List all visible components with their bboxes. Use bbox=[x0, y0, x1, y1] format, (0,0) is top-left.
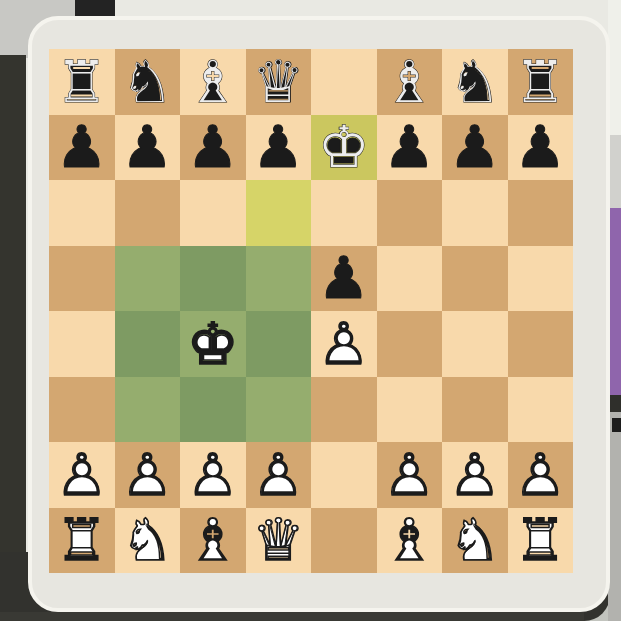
square-a5[interactable] bbox=[49, 246, 115, 312]
square-b4[interactable] bbox=[115, 311, 181, 377]
square-d6[interactable] bbox=[246, 180, 312, 246]
square-b3[interactable] bbox=[115, 377, 181, 443]
square-c5[interactable] bbox=[180, 246, 246, 312]
black-king[interactable]: ♚♔ bbox=[311, 115, 377, 181]
piece-detail-glyph: ♙ bbox=[49, 442, 115, 508]
square-e8[interactable] bbox=[311, 49, 377, 115]
square-c8[interactable]: ♝♗ bbox=[180, 49, 246, 115]
piece-detail-glyph: ♗ bbox=[377, 508, 443, 574]
piece-detail-glyph: ♙ bbox=[246, 442, 312, 508]
black-pawn[interactable]: ♟ bbox=[180, 115, 246, 181]
white-bishop[interactable]: ♝♗ bbox=[180, 508, 246, 574]
black-knight[interactable]: ♞♘ bbox=[115, 49, 181, 115]
white-pawn[interactable]: ♟♙ bbox=[115, 442, 181, 508]
black-pawn[interactable]: ♟ bbox=[311, 246, 377, 312]
square-c1[interactable]: ♝♗ bbox=[180, 508, 246, 574]
piece-detail-glyph: ♖ bbox=[49, 49, 115, 115]
square-f4[interactable] bbox=[377, 311, 443, 377]
square-a2[interactable]: ♟♙ bbox=[49, 442, 115, 508]
square-d7[interactable]: ♟ bbox=[246, 115, 312, 181]
square-b5[interactable] bbox=[115, 246, 181, 312]
square-a8[interactable]: ♜♖ bbox=[49, 49, 115, 115]
piece-detail-glyph: ♘ bbox=[442, 49, 508, 115]
square-c3[interactable] bbox=[180, 377, 246, 443]
square-g2[interactable]: ♟♙ bbox=[442, 442, 508, 508]
white-bishop[interactable]: ♝♗ bbox=[377, 508, 443, 574]
piece-detail-glyph: ♙ bbox=[377, 442, 443, 508]
black-pawn[interactable]: ♟ bbox=[246, 115, 312, 181]
white-pawn[interactable]: ♟♙ bbox=[246, 442, 312, 508]
piece-detail-glyph: ♘ bbox=[115, 508, 181, 574]
piece-detail-glyph: ♙ bbox=[442, 442, 508, 508]
piece-detail-glyph: ♘ bbox=[442, 508, 508, 574]
white-queen[interactable]: ♛♕ bbox=[246, 508, 312, 574]
square-a6[interactable] bbox=[49, 180, 115, 246]
background-right-notch-dark bbox=[612, 418, 621, 432]
square-b6[interactable] bbox=[115, 180, 181, 246]
piece-detail-glyph: ♗ bbox=[180, 508, 246, 574]
piece-glyph: ♟ bbox=[311, 246, 377, 312]
background-left-dark-strip bbox=[0, 55, 26, 615]
piece-detail-glyph: ♖ bbox=[508, 508, 574, 574]
square-g4[interactable] bbox=[442, 311, 508, 377]
square-f2[interactable]: ♟♙ bbox=[377, 442, 443, 508]
square-c2[interactable]: ♟♙ bbox=[180, 442, 246, 508]
square-c4[interactable]: ♚♔ bbox=[180, 311, 246, 377]
black-knight[interactable]: ♞♘ bbox=[442, 49, 508, 115]
piece-glyph: ♟ bbox=[377, 115, 443, 181]
piece-detail-glyph: ♕ bbox=[246, 508, 312, 574]
white-pawn[interactable]: ♟♙ bbox=[377, 442, 443, 508]
square-d5[interactable] bbox=[246, 246, 312, 312]
piece-detail-glyph: ♔ bbox=[180, 311, 246, 377]
white-rook[interactable]: ♜♖ bbox=[49, 508, 115, 574]
square-f8[interactable]: ♝♗ bbox=[377, 49, 443, 115]
piece-glyph: ♟ bbox=[180, 115, 246, 181]
square-a3[interactable] bbox=[49, 377, 115, 443]
square-e5[interactable]: ♟ bbox=[311, 246, 377, 312]
square-f5[interactable] bbox=[377, 246, 443, 312]
white-king[interactable]: ♚♔ bbox=[180, 311, 246, 377]
piece-detail-glyph: ♕ bbox=[246, 49, 312, 115]
square-e7[interactable]: ♚♔ bbox=[311, 115, 377, 181]
piece-glyph: ♟ bbox=[442, 115, 508, 181]
square-d4[interactable] bbox=[246, 311, 312, 377]
square-f3[interactable] bbox=[377, 377, 443, 443]
white-pawn[interactable]: ♟♙ bbox=[49, 442, 115, 508]
piece-glyph: ♟ bbox=[49, 115, 115, 181]
white-rook[interactable]: ♜♖ bbox=[508, 508, 574, 574]
square-c6[interactable] bbox=[180, 180, 246, 246]
square-a7[interactable]: ♟ bbox=[49, 115, 115, 181]
square-e3[interactable] bbox=[311, 377, 377, 443]
white-pawn[interactable]: ♟♙ bbox=[442, 442, 508, 508]
square-h5[interactable] bbox=[508, 246, 574, 312]
background-bottom-dark-strip bbox=[0, 612, 584, 621]
piece-glyph: ♟ bbox=[246, 115, 312, 181]
square-g8[interactable]: ♞♘ bbox=[442, 49, 508, 115]
square-b2[interactable]: ♟♙ bbox=[115, 442, 181, 508]
piece-detail-glyph: ♖ bbox=[49, 508, 115, 574]
square-g5[interactable] bbox=[442, 246, 508, 312]
black-pawn[interactable]: ♟ bbox=[442, 115, 508, 181]
square-b8[interactable]: ♞♘ bbox=[115, 49, 181, 115]
white-pawn[interactable]: ♟♙ bbox=[311, 311, 377, 377]
square-g7[interactable]: ♟ bbox=[442, 115, 508, 181]
square-b7[interactable]: ♟ bbox=[115, 115, 181, 181]
square-d2[interactable]: ♟♙ bbox=[246, 442, 312, 508]
piece-detail-glyph: ♙ bbox=[180, 442, 246, 508]
square-d1[interactable]: ♛♕ bbox=[246, 508, 312, 574]
black-bishop[interactable]: ♝♗ bbox=[180, 49, 246, 115]
square-b1[interactable]: ♞♘ bbox=[115, 508, 181, 574]
piece-glyph: ♟ bbox=[115, 115, 181, 181]
square-e2[interactable] bbox=[311, 442, 377, 508]
piece-detail-glyph: ♘ bbox=[115, 49, 181, 115]
square-g3[interactable] bbox=[442, 377, 508, 443]
black-queen[interactable]: ♛♕ bbox=[246, 49, 312, 115]
square-a4[interactable] bbox=[49, 311, 115, 377]
square-c7[interactable]: ♟ bbox=[180, 115, 246, 181]
square-d8[interactable]: ♛♕ bbox=[246, 49, 312, 115]
square-d3[interactable] bbox=[246, 377, 312, 443]
piece-glyph: ♟ bbox=[508, 115, 574, 181]
square-h3[interactable] bbox=[508, 377, 574, 443]
piece-detail-glyph: ♖ bbox=[508, 49, 574, 115]
black-rook[interactable]: ♜♖ bbox=[49, 49, 115, 115]
square-e4[interactable]: ♟♙ bbox=[311, 311, 377, 377]
black-pawn[interactable]: ♟ bbox=[377, 115, 443, 181]
piece-detail-glyph: ♙ bbox=[311, 311, 377, 377]
piece-detail-glyph: ♙ bbox=[508, 442, 574, 508]
piece-detail-glyph: ♗ bbox=[377, 49, 443, 115]
piece-detail-glyph: ♗ bbox=[180, 49, 246, 115]
black-pawn[interactable]: ♟ bbox=[115, 115, 181, 181]
white-knight[interactable]: ♞♘ bbox=[442, 508, 508, 574]
black-rook[interactable]: ♜♖ bbox=[508, 49, 574, 115]
square-h2[interactable]: ♟♙ bbox=[508, 442, 574, 508]
black-pawn[interactable]: ♟ bbox=[49, 115, 115, 181]
white-knight[interactable]: ♞♘ bbox=[115, 508, 181, 574]
square-a1[interactable]: ♜♖ bbox=[49, 508, 115, 574]
square-g1[interactable]: ♞♘ bbox=[442, 508, 508, 574]
white-pawn[interactable]: ♟♙ bbox=[180, 442, 246, 508]
piece-detail-glyph: ♙ bbox=[115, 442, 181, 508]
square-f1[interactable]: ♝♗ bbox=[377, 508, 443, 574]
square-f6[interactable] bbox=[377, 180, 443, 246]
black-pawn[interactable]: ♟ bbox=[508, 115, 574, 181]
square-h8[interactable]: ♜♖ bbox=[508, 49, 574, 115]
piece-detail-glyph: ♔ bbox=[311, 115, 377, 181]
black-bishop[interactable]: ♝♗ bbox=[377, 49, 443, 115]
square-g6[interactable] bbox=[442, 180, 508, 246]
square-h1[interactable]: ♜♖ bbox=[508, 508, 574, 574]
chess-board[interactable]: ♜♖♞♘♝♗♛♕♝♗♞♘♜♖♟♟♟♟♚♔♟♟♟♟♚♔♟♙♟♙♟♙♟♙♟♙♟♙♟♙… bbox=[49, 49, 573, 573]
white-pawn[interactable]: ♟♙ bbox=[508, 442, 574, 508]
square-e6[interactable] bbox=[311, 180, 377, 246]
square-h7[interactable]: ♟ bbox=[508, 115, 574, 181]
square-h6[interactable] bbox=[508, 180, 574, 246]
square-e1[interactable] bbox=[311, 508, 377, 574]
square-h4[interactable] bbox=[508, 311, 574, 377]
square-f7[interactable]: ♟ bbox=[377, 115, 443, 181]
